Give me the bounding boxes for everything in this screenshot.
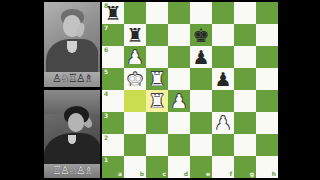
square-c3[interactable]	[146, 112, 168, 134]
rank-label-6: 6	[104, 47, 108, 53]
square-e3[interactable]	[190, 112, 212, 134]
square-g4[interactable]	[234, 90, 256, 112]
square-a8[interactable]: 8♜	[102, 2, 124, 24]
rank-label-2: 2	[104, 135, 108, 141]
file-label-g: g	[250, 171, 254, 177]
square-a3[interactable]: 3	[102, 112, 124, 134]
square-c2[interactable]	[146, 134, 168, 156]
white-rook[interactable]: ♜	[148, 69, 165, 88]
rank-label-7: 7	[104, 25, 108, 31]
file-label-c: c	[162, 171, 166, 177]
square-a7[interactable]: 7	[102, 24, 124, 46]
black-pawn[interactable]: ♟	[214, 69, 231, 88]
square-g2[interactable]	[234, 134, 256, 156]
square-h5[interactable]	[256, 68, 278, 90]
video-frame: ♙♘♖♙♗ ♖♙♘♙♗ 8♜7♜♚6♟♟5♚♜♟4♜♟3♟21abcdefgh	[0, 0, 320, 180]
square-h3[interactable]	[256, 112, 278, 134]
rank-label-1: 1	[104, 157, 108, 163]
black-rook[interactable]: ♜	[126, 25, 143, 44]
player-photo-top: ♙♘♖♙♗	[44, 2, 100, 87]
square-c8[interactable]	[146, 2, 168, 24]
square-f8[interactable]	[212, 2, 234, 24]
square-g3[interactable]	[234, 112, 256, 134]
square-b2[interactable]	[124, 134, 146, 156]
square-e2[interactable]	[190, 134, 212, 156]
file-label-f: f	[229, 171, 232, 177]
square-c7[interactable]	[146, 24, 168, 46]
square-a4[interactable]: 4	[102, 90, 124, 112]
rank-label-5: 5	[104, 69, 108, 75]
square-f7[interactable]	[212, 24, 234, 46]
rank-label-4: 4	[104, 91, 108, 97]
face-shape	[68, 113, 84, 132]
player-photo-bottom: ♖♙♘♙♗	[44, 90, 100, 178]
square-b1[interactable]: b	[124, 156, 146, 178]
square-d3[interactable]	[168, 112, 190, 134]
square-c1[interactable]: c	[146, 156, 168, 178]
square-c5[interactable]: ♜	[146, 68, 168, 90]
square-b7[interactable]: ♜	[124, 24, 146, 46]
square-h6[interactable]	[256, 46, 278, 68]
white-pawn[interactable]: ♟	[170, 91, 187, 110]
square-e8[interactable]	[190, 2, 212, 24]
square-d4[interactable]: ♟	[168, 90, 190, 112]
file-label-h: h	[272, 171, 276, 177]
square-e5[interactable]	[190, 68, 212, 90]
square-d5[interactable]	[168, 68, 190, 90]
square-d8[interactable]	[168, 2, 190, 24]
square-h1[interactable]: h	[256, 156, 278, 178]
white-king[interactable]: ♚	[126, 69, 143, 88]
file-label-a: a	[118, 171, 122, 177]
square-h2[interactable]	[256, 134, 278, 156]
square-f6[interactable]	[212, 46, 234, 68]
square-b3[interactable]	[124, 112, 146, 134]
white-rook[interactable]: ♜	[148, 91, 165, 110]
square-e6[interactable]: ♟	[190, 46, 212, 68]
file-label-b: b	[140, 171, 144, 177]
square-a5[interactable]: 5	[102, 68, 124, 90]
square-b4[interactable]	[124, 90, 146, 112]
black-king[interactable]: ♚	[192, 25, 209, 44]
square-h4[interactable]	[256, 90, 278, 112]
foreground-chess-pieces: ♙♘♖♙♗	[44, 72, 100, 87]
square-d2[interactable]	[168, 134, 190, 156]
rank-label-3: 3	[104, 113, 108, 119]
square-g6[interactable]	[234, 46, 256, 68]
square-b6[interactable]: ♟	[124, 46, 146, 68]
square-f5[interactable]: ♟	[212, 68, 234, 90]
square-d7[interactable]	[168, 24, 190, 46]
square-e7[interactable]: ♚	[190, 24, 212, 46]
square-f1[interactable]: f	[212, 156, 234, 178]
square-a6[interactable]: 6	[102, 46, 124, 68]
square-f2[interactable]	[212, 134, 234, 156]
white-pawn[interactable]: ♟	[126, 47, 143, 66]
square-c6[interactable]	[146, 46, 168, 68]
foreground-chess-pieces: ♖♙♘♙♗	[44, 164, 100, 178]
file-label-e: e	[206, 171, 210, 177]
square-g5[interactable]	[234, 68, 256, 90]
square-g7[interactable]	[234, 24, 256, 46]
file-label-d: d	[184, 171, 188, 177]
white-pawn[interactable]: ♟	[214, 113, 231, 132]
square-b5[interactable]: ♚	[124, 68, 146, 90]
square-a2[interactable]: 2	[102, 134, 124, 156]
square-h7[interactable]	[256, 24, 278, 46]
square-e4[interactable]	[190, 90, 212, 112]
square-d1[interactable]: d	[168, 156, 190, 178]
square-h8[interactable]	[256, 2, 278, 24]
black-pawn[interactable]: ♟	[192, 47, 209, 66]
square-d6[interactable]	[168, 46, 190, 68]
square-a1[interactable]: 1a	[102, 156, 124, 178]
square-b8[interactable]	[124, 2, 146, 24]
square-f4[interactable]	[212, 90, 234, 112]
square-c4[interactable]: ♜	[146, 90, 168, 112]
square-g8[interactable]	[234, 2, 256, 24]
square-f3[interactable]: ♟	[212, 112, 234, 134]
shirt-shape	[68, 135, 76, 144]
shirt-shape	[67, 41, 77, 53]
square-g1[interactable]: g	[234, 156, 256, 178]
black-rook[interactable]: ♜	[104, 3, 121, 22]
square-e1[interactable]: e	[190, 156, 212, 178]
chess-board: 8♜7♜♚6♟♟5♚♜♟4♜♟3♟21abcdefgh	[102, 2, 278, 178]
